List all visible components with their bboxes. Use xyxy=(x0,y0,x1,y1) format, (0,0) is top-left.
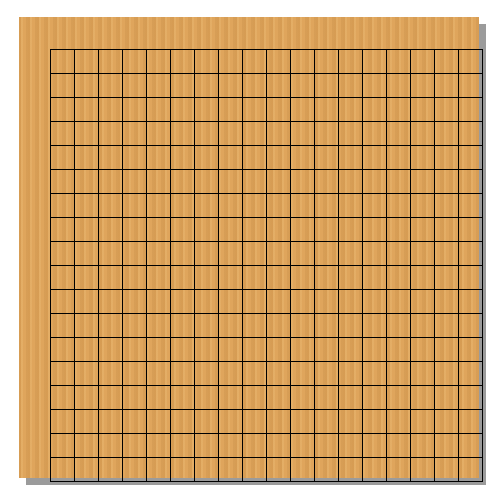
board-grid xyxy=(19,20,475,476)
coords-right xyxy=(483,20,499,476)
coords-left xyxy=(1,20,17,476)
go-board-screenshot xyxy=(0,0,500,500)
coords-bottom xyxy=(19,484,475,500)
coords-top xyxy=(19,0,475,16)
